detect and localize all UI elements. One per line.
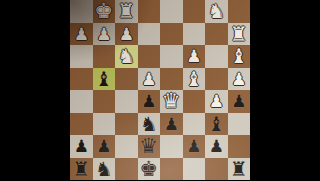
piece-black-pawn[interactable]: ♟ [74, 135, 89, 158]
square-e2[interactable] [138, 23, 161, 46]
piece-white-queen[interactable]: ♛ [162, 90, 181, 113]
piece-white-bishop[interactable]: ♝ [230, 45, 248, 68]
square-a4[interactable]: ♟ [228, 68, 251, 91]
square-c2[interactable] [183, 23, 206, 46]
piece-black-pawn[interactable]: ♟ [96, 135, 111, 158]
square-c8[interactable] [183, 158, 206, 181]
square-h7[interactable]: ♟ [70, 135, 93, 158]
piece-black-king[interactable]: ♚ [139, 158, 158, 181]
piece-white-rook[interactable]: ♜ [230, 23, 248, 46]
square-f8[interactable] [115, 158, 138, 181]
square-c1[interactable] [183, 0, 206, 23]
square-a6[interactable] [228, 113, 251, 136]
piece-black-pawn[interactable]: ♟ [164, 113, 179, 136]
square-f1[interactable]: ♜ [115, 0, 138, 23]
piece-white-king[interactable]: ♚ [94, 0, 113, 23]
square-g6[interactable] [93, 113, 116, 136]
square-h1[interactable] [70, 0, 93, 23]
piece-black-bishop[interactable]: ♝ [95, 68, 113, 91]
piece-black-queen[interactable]: ♛ [139, 135, 158, 158]
square-g7[interactable]: ♟ [93, 135, 116, 158]
piece-white-pawn[interactable]: ♟ [186, 45, 201, 68]
square-b8[interactable] [205, 158, 228, 181]
square-d6[interactable]: ♟ [160, 113, 183, 136]
square-d2[interactable] [160, 23, 183, 46]
square-h4[interactable] [70, 68, 93, 91]
piece-white-pawn[interactable]: ♟ [209, 90, 224, 113]
letterbox-right [250, 0, 320, 180]
square-f5[interactable] [115, 90, 138, 113]
square-g2[interactable]: ♟ [93, 23, 116, 46]
square-g8[interactable]: ♞ [93, 158, 116, 181]
square-d1[interactable] [160, 0, 183, 23]
square-a7[interactable] [228, 135, 251, 158]
square-e6[interactable]: ♞ [138, 113, 161, 136]
piece-black-bishop[interactable]: ♝ [207, 113, 225, 136]
square-f6[interactable] [115, 113, 138, 136]
square-h5[interactable] [70, 90, 93, 113]
square-g4[interactable]: ♝ [93, 68, 116, 91]
piece-black-knight[interactable]: ♞ [95, 158, 113, 181]
piece-black-rook[interactable]: ♜ [230, 158, 248, 181]
square-d7[interactable] [160, 135, 183, 158]
video-frame: ♚♜♞♟♟♟♜♞♟♝♝♟♝♟♟♛♟♟♞♟♝♟♟♛♟♟♜♞♚♜ [0, 0, 320, 180]
square-b5[interactable]: ♟ [205, 90, 228, 113]
square-a8[interactable]: ♜ [228, 158, 251, 181]
square-h8[interactable]: ♜ [70, 158, 93, 181]
square-b6[interactable]: ♝ [205, 113, 228, 136]
square-a5[interactable]: ♟ [228, 90, 251, 113]
square-e7[interactable]: ♛ [138, 135, 161, 158]
square-f4[interactable] [115, 68, 138, 91]
square-c7[interactable]: ♟ [183, 135, 206, 158]
piece-white-pawn[interactable]: ♟ [96, 23, 111, 46]
square-b3[interactable] [205, 45, 228, 68]
square-c4[interactable]: ♝ [183, 68, 206, 91]
piece-white-rook[interactable]: ♜ [117, 0, 135, 23]
square-a2[interactable]: ♜ [228, 23, 251, 46]
chess-board: ♚♜♞♟♟♟♜♞♟♝♝♟♝♟♟♛♟♟♞♟♝♟♟♛♟♟♜♞♚♜ [70, 0, 250, 180]
square-e8[interactable]: ♚ [138, 158, 161, 181]
square-g3[interactable] [93, 45, 116, 68]
piece-black-rook[interactable]: ♜ [72, 158, 90, 181]
letterbox-left [0, 0, 70, 180]
square-a1[interactable] [228, 0, 251, 23]
square-d3[interactable] [160, 45, 183, 68]
square-g5[interactable] [93, 90, 116, 113]
square-b7[interactable]: ♟ [205, 135, 228, 158]
square-d8[interactable] [160, 158, 183, 181]
square-h2[interactable]: ♟ [70, 23, 93, 46]
square-f3[interactable]: ♞ [115, 45, 138, 68]
piece-white-knight[interactable]: ♞ [117, 45, 135, 68]
square-c5[interactable] [183, 90, 206, 113]
square-e4[interactable]: ♟ [138, 68, 161, 91]
piece-white-knight[interactable]: ♞ [207, 0, 225, 23]
square-h3[interactable] [70, 45, 93, 68]
square-b4[interactable] [205, 68, 228, 91]
piece-black-pawn[interactable]: ♟ [231, 90, 246, 113]
square-c3[interactable]: ♟ [183, 45, 206, 68]
piece-white-bishop[interactable]: ♝ [185, 68, 203, 91]
square-e5[interactable]: ♟ [138, 90, 161, 113]
square-f2[interactable]: ♟ [115, 23, 138, 46]
square-a3[interactable]: ♝ [228, 45, 251, 68]
square-d4[interactable] [160, 68, 183, 91]
square-e3[interactable] [138, 45, 161, 68]
square-e1[interactable] [138, 0, 161, 23]
piece-white-pawn[interactable]: ♟ [74, 23, 89, 46]
piece-black-pawn[interactable]: ♟ [141, 90, 156, 113]
square-g1[interactable]: ♚ [93, 0, 116, 23]
square-h6[interactable] [70, 113, 93, 136]
piece-black-pawn[interactable]: ♟ [186, 135, 201, 158]
piece-white-pawn[interactable]: ♟ [141, 68, 156, 91]
piece-black-pawn[interactable]: ♟ [209, 135, 224, 158]
piece-black-knight[interactable]: ♞ [140, 113, 158, 136]
square-c6[interactable] [183, 113, 206, 136]
piece-white-pawn[interactable]: ♟ [119, 23, 134, 46]
square-f7[interactable] [115, 135, 138, 158]
square-b2[interactable] [205, 23, 228, 46]
piece-white-pawn[interactable]: ♟ [231, 68, 246, 91]
square-b1[interactable]: ♞ [205, 0, 228, 23]
square-d5[interactable]: ♛ [160, 90, 183, 113]
